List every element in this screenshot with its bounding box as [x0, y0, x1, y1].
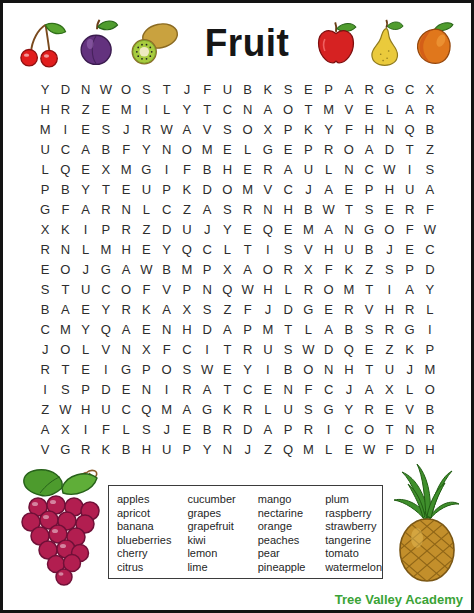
grid-cell-r5c6[interactable]: G [136, 159, 156, 179]
grid-cell-r10c7[interactable]: B [157, 259, 177, 279]
grid-cell-r10c8[interactable]: M [177, 259, 197, 279]
grid-cell-r3c14[interactable]: K [298, 119, 318, 139]
grid-cell-r1c2[interactable]: D [55, 79, 75, 99]
grid-cell-r3c11[interactable]: O [238, 119, 258, 139]
grid-cell-r8c4[interactable]: P [96, 219, 116, 239]
grid-cell-r2c2[interactable]: R [55, 99, 75, 119]
grid-cell-r12c11[interactable]: F [238, 299, 258, 319]
grid-cell-r15c11[interactable]: Y [238, 359, 258, 379]
grid-cell-r7c18[interactable]: E [379, 199, 399, 219]
grid-cell-r5c16[interactable]: N [339, 159, 359, 179]
grid-cell-r12c4[interactable]: Y [96, 299, 116, 319]
grid-cell-r18c17[interactable]: O [359, 419, 379, 439]
grid-cell-r15c6[interactable]: P [136, 359, 156, 379]
grid-cell-r17c16[interactable]: Y [339, 399, 359, 419]
grid-cell-r15c15[interactable]: N [319, 359, 339, 379]
grid-cell-r11c13[interactable]: L [278, 279, 298, 299]
grid-cell-r4c10[interactable]: E [217, 139, 237, 159]
grid-cell-r5c17[interactable]: C [359, 159, 379, 179]
grid-cell-r1c17[interactable]: R [359, 79, 379, 99]
grid-cell-r18c14[interactable]: R [298, 419, 318, 439]
grid-cell-r18c7[interactable]: J [157, 419, 177, 439]
grid-cell-r5c20[interactable]: S [420, 159, 440, 179]
grid-cell-r14c11[interactable]: R [238, 339, 258, 359]
grid-cell-r5c4[interactable]: X [96, 159, 116, 179]
grid-cell-r18c8[interactable]: E [177, 419, 197, 439]
grid-cell-r10c5[interactable]: A [116, 259, 136, 279]
grid-cell-r12c18[interactable]: H [379, 299, 399, 319]
grid-cell-r2c15[interactable]: M [319, 99, 339, 119]
grid-cell-r3c7[interactable]: W [157, 119, 177, 139]
grid-cell-r3c18[interactable]: N [379, 119, 399, 139]
grid-cell-r14c3[interactable]: L [76, 339, 96, 359]
grid-cell-r4c11[interactable]: L [238, 139, 258, 159]
grid-cell-r9c18[interactable]: J [379, 239, 399, 259]
grid-cell-r4c9[interactable]: M [197, 139, 217, 159]
grid-cell-r7c13[interactable]: H [278, 199, 298, 219]
grid-cell-r2c16[interactable]: V [339, 99, 359, 119]
grid-cell-r6c2[interactable]: B [55, 179, 75, 199]
grid-cell-r5c15[interactable]: L [319, 159, 339, 179]
grid-cell-r11c5[interactable]: O [116, 279, 136, 299]
grid-cell-r1c13[interactable]: S [278, 79, 298, 99]
grid-cell-r10c3[interactable]: J [76, 259, 96, 279]
grid-cell-r7c9[interactable]: A [197, 199, 217, 219]
grid-cell-r18c20[interactable]: R [420, 419, 440, 439]
grid-cell-r3c17[interactable]: H [359, 119, 379, 139]
grid-cell-r16c13[interactable]: N [278, 379, 298, 399]
grid-cell-r19c11[interactable]: J [238, 439, 258, 459]
grid-cell-r6c7[interactable]: P [157, 179, 177, 199]
grid-cell-r7c17[interactable]: S [359, 199, 379, 219]
grid-cell-r8c13[interactable]: E [278, 219, 298, 239]
grid-cell-r14c1[interactable]: J [35, 339, 55, 359]
grid-cell-r19c17[interactable]: W [359, 439, 379, 459]
grid-cell-r8c1[interactable]: X [35, 219, 55, 239]
grid-cell-r7c8[interactable]: Z [177, 199, 197, 219]
grid-cell-r19c6[interactable]: H [136, 439, 156, 459]
grid-cell-r16c19[interactable]: L [400, 379, 420, 399]
grid-cell-r14c4[interactable]: V [96, 339, 116, 359]
grid-cell-r4c16[interactable]: O [339, 139, 359, 159]
grid-cell-r12c5[interactable]: R [116, 299, 136, 319]
grid-cell-r9c14[interactable]: V [298, 239, 318, 259]
grid-cell-r16c5[interactable]: E [116, 379, 136, 399]
grid-cell-r19c8[interactable]: P [177, 439, 197, 459]
grid-cell-r13c1[interactable]: C [35, 319, 55, 339]
grid-cell-r9c15[interactable]: H [319, 239, 339, 259]
grid-cell-r10c9[interactable]: P [197, 259, 217, 279]
grid-cell-r11c1[interactable]: S [35, 279, 55, 299]
grid-cell-r6c1[interactable]: P [35, 179, 55, 199]
grid-cell-r17c15[interactable]: G [319, 399, 339, 419]
grid-cell-r2c1[interactable]: H [35, 99, 55, 119]
grid-cell-r6c17[interactable]: P [359, 179, 379, 199]
grid-cell-r12c1[interactable]: B [35, 299, 55, 319]
grid-cell-r4c17[interactable]: A [359, 139, 379, 159]
grid-cell-r15c2[interactable]: T [55, 359, 75, 379]
grid-cell-r15c12[interactable]: I [258, 359, 278, 379]
grid-cell-r16c12[interactable]: E [258, 379, 278, 399]
grid-cell-r19c5[interactable]: B [116, 439, 136, 459]
grid-cell-r5c9[interactable]: B [197, 159, 217, 179]
grid-cell-r19c10[interactable]: N [217, 439, 237, 459]
grid-cell-r9c1[interactable]: R [35, 239, 55, 259]
grid-cell-r8c11[interactable]: E [238, 219, 258, 239]
grid-cell-r4c12[interactable]: G [258, 139, 278, 159]
grid-cell-r13c20[interactable]: I [420, 319, 440, 339]
grid-cell-r8c20[interactable]: W [420, 219, 440, 239]
grid-cell-r4c18[interactable]: D [379, 139, 399, 159]
grid-cell-r17c18[interactable]: E [379, 399, 399, 419]
grid-cell-r7c15[interactable]: W [319, 199, 339, 219]
grid-cell-r8c5[interactable]: R [116, 219, 136, 239]
grid-cell-r7c12[interactable]: N [258, 199, 278, 219]
grid-cell-r12c19[interactable]: R [400, 299, 420, 319]
grid-cell-r15c20[interactable]: M [420, 359, 440, 379]
grid-cell-r14c14[interactable]: W [298, 339, 318, 359]
grid-cell-r5c7[interactable]: I [157, 159, 177, 179]
grid-cell-r14c5[interactable]: N [116, 339, 136, 359]
grid-cell-r11c2[interactable]: T [55, 279, 75, 299]
grid-cell-r14c20[interactable]: P [420, 339, 440, 359]
grid-cell-r11c9[interactable]: N [197, 279, 217, 299]
grid-cell-r1c16[interactable]: A [339, 79, 359, 99]
grid-cell-r18c1[interactable]: A [35, 419, 55, 439]
grid-cell-r16c14[interactable]: F [298, 379, 318, 399]
grid-cell-r8c12[interactable]: Q [258, 219, 278, 239]
grid-cell-r11c15[interactable]: O [319, 279, 339, 299]
grid-cell-r17c6[interactable]: Q [136, 399, 156, 419]
grid-cell-r18c16[interactable]: C [339, 419, 359, 439]
grid-cell-r7c2[interactable]: F [55, 199, 75, 219]
grid-cell-r7c5[interactable]: N [116, 199, 136, 219]
grid-cell-r7c14[interactable]: B [298, 199, 318, 219]
grid-cell-r6c15[interactable]: A [319, 179, 339, 199]
grid-cell-r13c19[interactable]: G [400, 319, 420, 339]
grid-cell-r2c9[interactable]: T [197, 99, 217, 119]
grid-cell-r4c2[interactable]: C [55, 139, 75, 159]
grid-cell-r5c1[interactable]: L [35, 159, 55, 179]
grid-cell-r11c6[interactable]: F [136, 279, 156, 299]
grid-cell-r12c16[interactable]: R [339, 299, 359, 319]
grid-cell-r3c19[interactable]: Q [400, 119, 420, 139]
grid-cell-r5c3[interactable]: E [76, 159, 96, 179]
grid-cell-r13c6[interactable]: E [136, 319, 156, 339]
grid-cell-r6c11[interactable]: M [238, 179, 258, 199]
grid-cell-r18c5[interactable]: L [116, 419, 136, 439]
grid-cell-r12c6[interactable]: K [136, 299, 156, 319]
grid-cell-r2c3[interactable]: Z [76, 99, 96, 119]
grid-cell-r12c20[interactable]: L [420, 299, 440, 319]
grid-cell-r14c16[interactable]: Q [339, 339, 359, 359]
grid-cell-r1c12[interactable]: K [258, 79, 278, 99]
grid-cell-r12c8[interactable]: X [177, 299, 197, 319]
grid-cell-r8c14[interactable]: M [298, 219, 318, 239]
grid-cell-r17c9[interactable]: G [197, 399, 217, 419]
grid-cell-r1c18[interactable]: G [379, 79, 399, 99]
grid-cell-r16c17[interactable]: A [359, 379, 379, 399]
grid-cell-r8c19[interactable]: F [400, 219, 420, 239]
grid-cell-r8c10[interactable]: Y [217, 219, 237, 239]
grid-cell-r15c10[interactable]: E [217, 359, 237, 379]
grid-cell-r5c12[interactable]: R [258, 159, 278, 179]
grid-cell-r10c4[interactable]: G [96, 259, 116, 279]
grid-cell-r2c7[interactable]: L [157, 99, 177, 119]
grid-cell-r18c2[interactable]: X [55, 419, 75, 439]
grid-cell-r11c16[interactable]: M [339, 279, 359, 299]
grid-cell-r1c7[interactable]: T [157, 79, 177, 99]
grid-cell-r19c2[interactable]: G [55, 439, 75, 459]
grid-cell-r6c16[interactable]: E [339, 179, 359, 199]
grid-cell-r3c13[interactable]: P [278, 119, 298, 139]
grid-cell-r9c7[interactable]: Y [157, 239, 177, 259]
grid-cell-r7c11[interactable]: R [238, 199, 258, 219]
grid-cell-r9c8[interactable]: Q [177, 239, 197, 259]
grid-cell-r8c2[interactable]: K [55, 219, 75, 239]
grid-cell-r6c6[interactable]: U [136, 179, 156, 199]
grid-cell-r13c17[interactable]: S [359, 319, 379, 339]
grid-cell-r18c15[interactable]: I [319, 419, 339, 439]
grid-cell-r11c3[interactable]: U [76, 279, 96, 299]
grid-cell-r19c15[interactable]: L [319, 439, 339, 459]
grid-cell-r1c19[interactable]: C [400, 79, 420, 99]
grid-cell-r3c9[interactable]: V [197, 119, 217, 139]
grid-cell-r16c8[interactable]: R [177, 379, 197, 399]
grid-cell-r7c6[interactable]: L [136, 199, 156, 219]
grid-cell-r11c20[interactable]: Y [420, 279, 440, 299]
grid-cell-r13c7[interactable]: N [157, 319, 177, 339]
grid-cell-r10c12[interactable]: O [258, 259, 278, 279]
grid-cell-r9c16[interactable]: U [339, 239, 359, 259]
grid-cell-r19c9[interactable]: Y [197, 439, 217, 459]
grid-cell-r5c10[interactable]: H [217, 159, 237, 179]
grid-cell-r16c4[interactable]: D [96, 379, 116, 399]
grid-cell-r17c4[interactable]: U [96, 399, 116, 419]
grid-cell-r19c13[interactable]: Q [278, 439, 298, 459]
grid-cell-r18c12[interactable]: A [258, 419, 278, 439]
grid-cell-r15c3[interactable]: E [76, 359, 96, 379]
grid-cell-r13c5[interactable]: A [116, 319, 136, 339]
grid-cell-r19c3[interactable]: R [76, 439, 96, 459]
grid-cell-r14c2[interactable]: O [55, 339, 75, 359]
grid-cell-r1c3[interactable]: N [76, 79, 96, 99]
grid-cell-r12c13[interactable]: D [278, 299, 298, 319]
grid-cell-r3c15[interactable]: Y [319, 119, 339, 139]
grid-cell-r17c2[interactable]: W [55, 399, 75, 419]
grid-cell-r4c1[interactable]: U [35, 139, 55, 159]
grid-cell-r6c4[interactable]: T [96, 179, 116, 199]
grid-cell-r19c1[interactable]: V [35, 439, 55, 459]
grid-cell-r12c3[interactable]: E [76, 299, 96, 319]
grid-cell-r6c3[interactable]: Y [76, 179, 96, 199]
grid-cell-r3c3[interactable]: E [76, 119, 96, 139]
grid-cell-r16c20[interactable]: O [420, 379, 440, 399]
grid-cell-r6c5[interactable]: E [116, 179, 136, 199]
grid-cell-r2c11[interactable]: N [238, 99, 258, 119]
grid-cell-r13c16[interactable]: B [339, 319, 359, 339]
grid-cell-r15c4[interactable]: I [96, 359, 116, 379]
grid-cell-r11c4[interactable]: C [96, 279, 116, 299]
grid-cell-r10c13[interactable]: R [278, 259, 298, 279]
grid-cell-r4c13[interactable]: E [278, 139, 298, 159]
grid-cell-r1c14[interactable]: E [298, 79, 318, 99]
grid-cell-r18c4[interactable]: F [96, 419, 116, 439]
grid-cell-r13c9[interactable]: D [197, 319, 217, 339]
grid-cell-r15c16[interactable]: H [339, 359, 359, 379]
grid-cell-r16c2[interactable]: S [55, 379, 75, 399]
grid-cell-r10c19[interactable]: P [400, 259, 420, 279]
grid-cell-r4c4[interactable]: B [96, 139, 116, 159]
grid-cell-r17c20[interactable]: B [420, 399, 440, 419]
grid-cell-r14c13[interactable]: S [278, 339, 298, 359]
grid-cell-r17c3[interactable]: H [76, 399, 96, 419]
grid-cell-r15c13[interactable]: B [278, 359, 298, 379]
grid-cell-r16c9[interactable]: A [197, 379, 217, 399]
grid-cell-r5c14[interactable]: U [298, 159, 318, 179]
grid-cell-r7c10[interactable]: S [217, 199, 237, 219]
grid-cell-r8c8[interactable]: U [177, 219, 197, 239]
grid-cell-r9c12[interactable]: I [258, 239, 278, 259]
grid-cell-r14c10[interactable]: T [217, 339, 237, 359]
grid-cell-r3c4[interactable]: S [96, 119, 116, 139]
grid-cell-r9c4[interactable]: M [96, 239, 116, 259]
grid-cell-r8c7[interactable]: D [157, 219, 177, 239]
grid-cell-r19c16[interactable]: E [339, 439, 359, 459]
grid-cell-r3c10[interactable]: S [217, 119, 237, 139]
grid-cell-r9c11[interactable]: T [238, 239, 258, 259]
grid-cell-r8c17[interactable]: G [359, 219, 379, 239]
grid-cell-r8c6[interactable]: Z [136, 219, 156, 239]
grid-cell-r18c3[interactable]: I [76, 419, 96, 439]
grid-cell-r16c15[interactable]: C [319, 379, 339, 399]
grid-cell-r8c18[interactable]: O [379, 219, 399, 239]
grid-cell-r2c13[interactable]: O [278, 99, 298, 119]
grid-cell-r7c4[interactable]: R [96, 199, 116, 219]
grid-cell-r16c6[interactable]: N [136, 379, 156, 399]
grid-cell-r3c12[interactable]: X [258, 119, 278, 139]
grid-cell-r2c5[interactable]: M [116, 99, 136, 119]
grid-cell-r7c7[interactable]: C [157, 199, 177, 219]
grid-cell-r17c12[interactable]: L [258, 399, 278, 419]
grid-cell-r1c20[interactable]: X [420, 79, 440, 99]
grid-cell-r6c12[interactable]: V [258, 179, 278, 199]
grid-cell-r14c18[interactable]: Z [379, 339, 399, 359]
grid-cell-r13c13[interactable]: T [278, 319, 298, 339]
grid-cell-r14c8[interactable]: C [177, 339, 197, 359]
grid-cell-r5c11[interactable]: E [238, 159, 258, 179]
grid-cell-r15c5[interactable]: G [116, 359, 136, 379]
grid-cell-r9c20[interactable]: C [420, 239, 440, 259]
grid-cell-r17c11[interactable]: R [238, 399, 258, 419]
grid-cell-r19c12[interactable]: Z [258, 439, 278, 459]
grid-cell-r12c14[interactable]: G [298, 299, 318, 319]
grid-cell-r16c18[interactable]: X [379, 379, 399, 399]
grid-cell-r16c7[interactable]: I [157, 379, 177, 399]
grid-cell-r11c10[interactable]: Q [217, 279, 237, 299]
grid-cell-r2c14[interactable]: T [298, 99, 318, 119]
grid-cell-r10c1[interactable]: E [35, 259, 55, 279]
grid-cell-r15c1[interactable]: R [35, 359, 55, 379]
grid-cell-r18c19[interactable]: N [400, 419, 420, 439]
grid-cell-r14c7[interactable]: F [157, 339, 177, 359]
grid-cell-r16c10[interactable]: T [217, 379, 237, 399]
grid-cell-r17c1[interactable]: Z [35, 399, 55, 419]
grid-cell-r6c19[interactable]: U [400, 179, 420, 199]
grid-cell-r17c13[interactable]: U [278, 399, 298, 419]
grid-cell-r6c18[interactable]: H [379, 179, 399, 199]
grid-cell-r2c19[interactable]: A [400, 99, 420, 119]
grid-cell-r5c19[interactable]: I [400, 159, 420, 179]
grid-cell-r9c19[interactable]: E [400, 239, 420, 259]
grid-cell-r4c8[interactable]: O [177, 139, 197, 159]
grid-cell-r3c8[interactable]: A [177, 119, 197, 139]
grid-cell-r8c16[interactable]: N [339, 219, 359, 239]
grid-cell-r18c10[interactable]: R [217, 419, 237, 439]
grid-cell-r2c8[interactable]: Y [177, 99, 197, 119]
grid-cell-r10c20[interactable]: D [420, 259, 440, 279]
grid-cell-r13c4[interactable]: Q [96, 319, 116, 339]
grid-cell-r4c15[interactable]: R [319, 139, 339, 159]
grid-cell-r11c7[interactable]: V [157, 279, 177, 299]
grid-cell-r1c5[interactable]: O [116, 79, 136, 99]
grid-cell-r13c18[interactable]: R [379, 319, 399, 339]
grid-cell-r15c9[interactable]: W [197, 359, 217, 379]
grid-cell-r6c14[interactable]: J [298, 179, 318, 199]
grid-cell-r15c8[interactable]: S [177, 359, 197, 379]
grid-cell-r9c2[interactable]: N [55, 239, 75, 259]
grid-cell-r16c3[interactable]: P [76, 379, 96, 399]
grid-cell-r17c5[interactable]: C [116, 399, 136, 419]
grid-cell-r19c14[interactable]: M [298, 439, 318, 459]
grid-cell-r15c7[interactable]: O [157, 359, 177, 379]
grid-cell-r16c1[interactable]: I [35, 379, 55, 399]
grid-cell-r12c17[interactable]: V [359, 299, 379, 319]
grid-cell-r7c16[interactable]: T [339, 199, 359, 219]
grid-cell-r1c4[interactable]: W [96, 79, 116, 99]
grid-cell-r2c17[interactable]: E [359, 99, 379, 119]
grid-cell-r5c8[interactable]: F [177, 159, 197, 179]
grid-cell-r13c11[interactable]: P [238, 319, 258, 339]
grid-cell-r8c3[interactable]: I [76, 219, 96, 239]
grid-cell-r10c11[interactable]: A [238, 259, 258, 279]
grid-cell-r4c19[interactable]: T [400, 139, 420, 159]
grid-cell-r14c12[interactable]: U [258, 339, 278, 359]
grid-cell-r1c11[interactable]: B [238, 79, 258, 99]
grid-cell-r11c11[interactable]: W [238, 279, 258, 299]
grid-cell-r4c14[interactable]: P [298, 139, 318, 159]
grid-cell-r11c17[interactable]: T [359, 279, 379, 299]
grid-cell-r13c15[interactable]: A [319, 319, 339, 339]
grid-cell-r14c9[interactable]: I [197, 339, 217, 359]
grid-cell-r1c6[interactable]: S [136, 79, 156, 99]
grid-cell-r12c9[interactable]: S [197, 299, 217, 319]
grid-cell-r11c14[interactable]: R [298, 279, 318, 299]
grid-cell-r3c1[interactable]: M [35, 119, 55, 139]
grid-cell-r9c5[interactable]: H [116, 239, 136, 259]
grid-cell-r10c18[interactable]: S [379, 259, 399, 279]
grid-cell-r5c2[interactable]: Q [55, 159, 75, 179]
grid-cell-r10c17[interactable]: Z [359, 259, 379, 279]
grid-cell-r18c9[interactable]: B [197, 419, 217, 439]
grid-cell-r9c3[interactable]: L [76, 239, 96, 259]
grid-cell-r1c1[interactable]: Y [35, 79, 55, 99]
grid-cell-r6c10[interactable]: O [217, 179, 237, 199]
grid-cell-r2c18[interactable]: L [379, 99, 399, 119]
grid-cell-r14c19[interactable]: K [400, 339, 420, 359]
grid-cell-r13c12[interactable]: M [258, 319, 278, 339]
grid-cell-r1c8[interactable]: J [177, 79, 197, 99]
